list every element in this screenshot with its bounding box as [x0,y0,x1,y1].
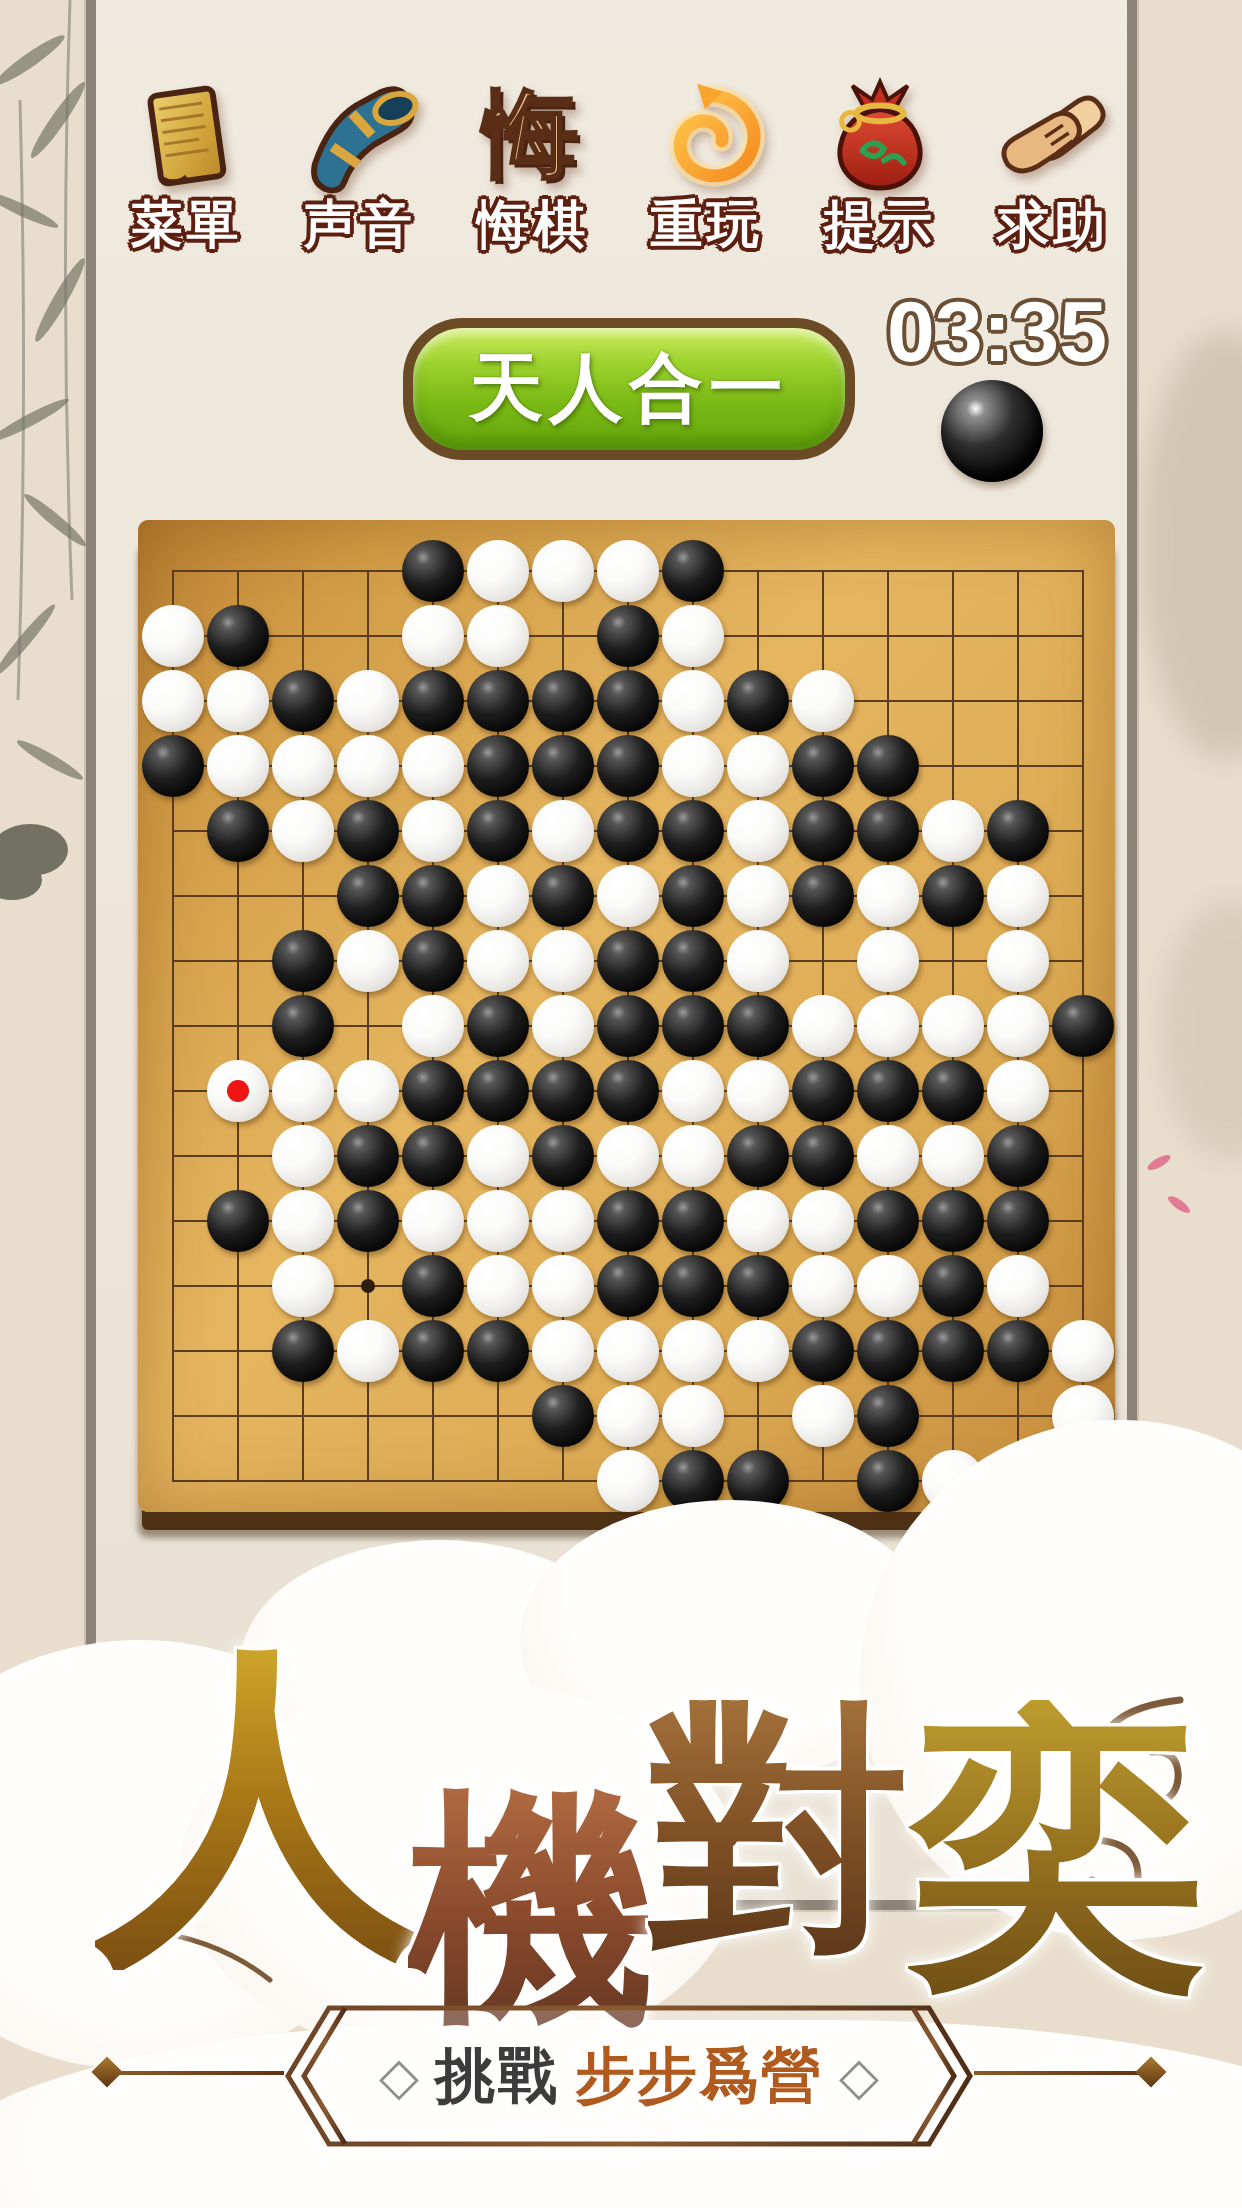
black-stone [662,865,724,927]
petal-decoration [1145,1152,1172,1173]
white-stone [662,1060,724,1122]
black-stone [402,1320,464,1382]
white-stone [727,1060,789,1122]
mode-button-label: 天人合一 [469,339,789,439]
title-char-3: 對 [648,1700,910,1962]
white-stone [727,735,789,797]
black-stone [727,1125,789,1187]
replay-button[interactable]: 重玩 [620,60,793,250]
white-stone [597,1385,659,1447]
black-stone [987,1320,1049,1382]
white-stone [402,735,464,797]
replay-label: 重玩 [651,198,763,250]
black-stone [857,1060,919,1122]
black-stone [467,670,529,732]
sound-button[interactable]: 声音 [273,60,446,250]
last-move-marker [227,1080,249,1102]
white-stone [987,1255,1049,1317]
black-stone [857,1450,919,1512]
black-stone [402,930,464,992]
black-stone [532,735,594,797]
subtitle-banner: ◇ 挑戰 步步爲營 ◇ [283,2003,975,2149]
white-stone [987,1060,1049,1122]
white-stone [662,670,724,732]
black-stone [532,1385,594,1447]
white-stone [142,605,204,667]
black-stone [987,1190,1049,1252]
black-stone [597,930,659,992]
game-timer: 03:35 [872,288,1122,374]
white-stone [467,865,529,927]
menu-button[interactable]: 菜單 [100,60,273,250]
black-stone [857,1320,919,1382]
black-stone [402,540,464,602]
scroll-icon [128,74,246,196]
black-stone [727,1255,789,1317]
white-stone [142,670,204,732]
white-stone [597,1450,659,1512]
white-stone [597,865,659,927]
black-stone [467,735,529,797]
white-stone [337,735,399,797]
white-stone [467,540,529,602]
diamond-glyph-left: ◇ [379,2050,419,2102]
white-stone [857,1125,919,1187]
black-turn-stone-indicator [941,380,1043,482]
black-stone [662,930,724,992]
white-stone [467,1255,529,1317]
mode-button[interactable]: 天人合一 [403,318,855,460]
white-stone [1052,1320,1114,1382]
white-stone [987,995,1049,1057]
white-stone [402,800,464,862]
black-stone [402,670,464,732]
white-stone [532,930,594,992]
hint-button[interactable]: 提示 [793,60,966,250]
white-stone [272,735,334,797]
white-stone [337,1320,399,1382]
undo-button[interactable]: 悔 悔 悔棋 [447,60,620,250]
black-stone [597,1255,659,1317]
black-stone [597,1060,659,1122]
white-stone [857,865,919,927]
black-stone [467,995,529,1057]
white-stone [337,930,399,992]
diamond-glyph-right: ◇ [839,2050,879,2102]
handshake-icon [994,74,1112,196]
white-stone [207,735,269,797]
white-stone [467,605,529,667]
white-stone [662,1385,724,1447]
undo-label: 悔棋 [477,198,589,250]
title-char-2: 機 [408,1788,656,2036]
white-stone [662,605,724,667]
white-stone [272,1060,334,1122]
white-stone [272,1190,334,1252]
black-stone [402,865,464,927]
black-stone [337,865,399,927]
white-stone [337,670,399,732]
black-stone [662,995,724,1057]
white-stone [272,800,334,862]
white-stone [532,1320,594,1382]
black-stone [662,1255,724,1317]
white-stone [532,800,594,862]
white-stone [467,1190,529,1252]
black-stone [857,1385,919,1447]
black-stone [922,1060,984,1122]
black-stone [207,1190,269,1252]
money-bag-icon [821,74,939,196]
white-stone [467,930,529,992]
white-stone [792,1255,854,1317]
help-button[interactable]: 求助 [967,60,1140,250]
black-stone [207,605,269,667]
banner-accent-text: 步步爲營 [575,2046,823,2106]
black-stone [792,1060,854,1122]
black-stone [857,800,919,862]
black-stone [792,1320,854,1382]
white-stone [532,1255,594,1317]
white-stone [792,995,854,1057]
black-stone [597,735,659,797]
black-stone [402,1255,464,1317]
hui-character-icon: 悔 悔 [474,74,592,196]
menu-label: 菜單 [131,198,243,250]
black-stone [467,1320,529,1382]
black-stone [922,1190,984,1252]
white-stone [922,800,984,862]
black-stone [922,1320,984,1382]
black-stone [792,1125,854,1187]
black-stone [922,1255,984,1317]
white-stone [597,540,659,602]
ink-mountain-right [1140,330,1242,760]
ink-mountain-right-2 [1160,900,1242,1160]
black-stone [597,670,659,732]
black-stone [337,1190,399,1252]
white-stone [467,1125,529,1187]
banner-side-line-left [114,2071,284,2075]
black-stone [467,800,529,862]
black-stone [662,800,724,862]
black-stone [727,995,789,1057]
black-stone [597,800,659,862]
white-stone [662,1320,724,1382]
toolbar: 菜單 声音 悔 悔 悔棋 重玩 [100,60,1140,250]
white-stone [857,930,919,992]
black-stone [792,865,854,927]
banner-side-line-right [974,2071,1144,2075]
black-stone [987,800,1049,862]
white-stone [792,1385,854,1447]
star-point [361,1279,375,1293]
white-stone [272,1255,334,1317]
black-stone [337,800,399,862]
black-stone [857,1190,919,1252]
black-stone [402,1125,464,1187]
black-stone [337,1125,399,1187]
black-stone [857,735,919,797]
white-stone [597,1320,659,1382]
black-stone [662,1190,724,1252]
black-stone [467,1060,529,1122]
black-stone [792,800,854,862]
white-stone [532,540,594,602]
black-stone [532,670,594,732]
title-char-4: 奕 [908,1700,1208,2000]
white-stone [922,995,984,1057]
black-stone [597,1190,659,1252]
white-stone [857,1255,919,1317]
black-stone [402,1060,464,1122]
black-stone [272,995,334,1057]
white-stone [857,995,919,1057]
swirl-icon [648,74,766,196]
black-stone [792,735,854,797]
black-stone [142,735,204,797]
white-stone [792,1190,854,1252]
go-board-grid[interactable] [172,570,1084,1482]
white-stone [922,1125,984,1187]
black-stone [597,995,659,1057]
page: { "toolbar": { "items": [ {"id": "menu",… [0,0,1242,2208]
white-stone [727,930,789,992]
white-stone [662,735,724,797]
banner-text: ◇ 挑戰 步步爲營 ◇ [283,2003,975,2149]
black-stone [272,1320,334,1382]
white-stone [597,1125,659,1187]
petal-decoration [1166,1193,1192,1215]
black-stone [922,865,984,927]
title-char-1: 人 [95,1640,425,1970]
white-stone [662,1125,724,1187]
horn-icon [301,74,419,196]
black-stone [272,930,334,992]
white-stone [727,865,789,927]
white-stone [272,1125,334,1187]
white-stone [792,670,854,732]
bamboo-painting [0,0,95,1200]
black-stone [272,670,334,732]
hint-label: 提示 [824,198,936,250]
white-stone [207,670,269,732]
white-stone [532,995,594,1057]
svg-text:悔: 悔 [480,82,578,186]
white-stone [402,995,464,1057]
black-stone [987,1125,1049,1187]
sound-label: 声音 [304,198,416,250]
black-stone [532,1125,594,1187]
black-stone [727,670,789,732]
banner-dark-text: 挑戰 [435,2046,559,2106]
black-stone [1052,995,1114,1057]
white-stone [402,605,464,667]
white-stone [402,1190,464,1252]
black-stone [207,800,269,862]
black-stone [532,865,594,927]
black-stone [662,540,724,602]
white-stone [727,800,789,862]
black-stone [597,605,659,667]
white-stone [727,1190,789,1252]
white-stone [987,865,1049,927]
white-stone [337,1060,399,1122]
white-stone [532,1190,594,1252]
help-label: 求助 [997,198,1109,250]
black-stone [532,1060,594,1122]
go-board[interactable] [138,520,1115,1512]
white-stone [207,1060,269,1122]
white-stone [987,930,1049,992]
white-stone [727,1320,789,1382]
